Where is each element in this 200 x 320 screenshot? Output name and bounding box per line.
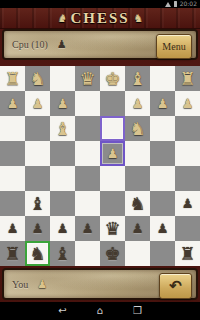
square-a6[interactable] [0,116,25,141]
white-knight: ♞ [125,191,150,216]
square-b8[interactable]: ♞ [25,66,50,91]
square-f7[interactable]: ♟ [125,91,150,116]
square-d1[interactable] [75,241,100,266]
white-pawn: ♟ [150,216,175,241]
square-e5[interactable]: ♟ [100,141,125,166]
white-pawn: ♟ [50,216,75,241]
square-d8[interactable]: ♛ [75,66,100,91]
square-c6[interactable]: ♝ [50,116,75,141]
white-pawn: ♟ [0,216,25,241]
square-h3[interactable]: ♟ [175,191,200,216]
captured-white-pawn-icon: ♟ [57,39,67,50]
square-e2[interactable]: ♛ [100,216,125,241]
square-h4[interactable] [175,166,200,191]
square-a4[interactable] [0,166,25,191]
white-bishop: ♝ [50,241,75,266]
clock-text: 20:02 [180,0,197,8]
wifi-icon [165,2,171,7]
black-rook: ♜ [0,66,25,91]
square-g5[interactable] [150,141,175,166]
menu-button[interactable]: Menu [156,34,192,59]
square-a8[interactable]: ♜ [0,66,25,91]
white-pawn: ♟ [125,216,150,241]
black-pawn: ♟ [100,141,125,166]
square-f8[interactable]: ♝ [125,66,150,91]
square-e4[interactable] [100,166,125,191]
black-bishop: ♝ [125,66,150,91]
square-g8[interactable] [150,66,175,91]
player-label: You [12,279,28,290]
back-icon[interactable]: ↩ [58,302,66,320]
white-rook: ♜ [0,241,25,266]
square-h2[interactable] [175,216,200,241]
square-c3[interactable] [50,191,75,216]
black-pawn: ♟ [150,91,175,116]
battery-icon [174,1,177,7]
square-d5[interactable] [75,141,100,166]
undo-button[interactable]: ↶ [159,273,192,299]
square-g4[interactable] [150,166,175,191]
square-g6[interactable] [150,116,175,141]
home-icon[interactable]: ⌂ [97,302,103,320]
square-b4[interactable] [25,166,50,191]
square-a1[interactable]: ♜ [0,241,25,266]
square-b3[interactable]: ♝ [25,191,50,216]
square-b1[interactable]: ♞ [25,241,50,266]
white-pawn: ♟ [25,216,50,241]
black-pawn: ♟ [125,91,150,116]
square-f1[interactable] [125,241,150,266]
square-h5[interactable] [175,141,200,166]
square-f2[interactable]: ♟ [125,216,150,241]
square-g2[interactable]: ♟ [150,216,175,241]
android-nav-bar: ↩ ⌂ ❐ [0,302,200,320]
square-g7[interactable]: ♟ [150,91,175,116]
recents-icon[interactable]: ❐ [133,302,142,320]
square-d2[interactable]: ♟ [75,216,100,241]
black-pawn: ♟ [0,91,25,116]
square-h7[interactable]: ♟ [175,91,200,116]
square-e1[interactable]: ♚ [100,241,125,266]
square-b6[interactable] [25,116,50,141]
white-rook: ♜ [175,241,200,266]
square-g3[interactable] [150,191,175,216]
square-b5[interactable] [25,141,50,166]
black-rook: ♜ [175,66,200,91]
knight-decor-icon: ♞ [134,8,144,28]
square-b7[interactable]: ♟ [25,91,50,116]
player-bar: You ♟ ↶ [2,268,198,300]
square-a3[interactable] [0,191,25,216]
square-h6[interactable] [175,116,200,141]
white-pawn: ♟ [75,216,100,241]
square-f4[interactable] [125,166,150,191]
white-knight: ♞ [25,241,50,266]
knight-decor-icon: ♞ [57,8,67,28]
white-queen: ♛ [100,216,125,241]
menu-button-label: Menu [162,41,185,52]
black-knight: ♞ [125,116,150,141]
square-b2[interactable]: ♟ [25,216,50,241]
black-queen: ♛ [75,66,100,91]
square-c2[interactable]: ♟ [50,216,75,241]
undo-icon: ↶ [169,277,182,295]
app-window: 20:02 ♞ CHESS ♞ Cpu (10) ♟ Menu ♜♞♛♚♝♜♟♟… [0,0,200,320]
black-pawn: ♟ [175,91,200,116]
square-c5[interactable] [50,141,75,166]
black-king: ♚ [100,66,125,91]
captured-black-pawn-icon: ♟ [37,279,47,290]
square-c1[interactable]: ♝ [50,241,75,266]
square-d6[interactable] [75,116,100,141]
square-h8[interactable]: ♜ [175,66,200,91]
square-g1[interactable] [150,241,175,266]
square-e7[interactable] [100,91,125,116]
square-e8[interactable]: ♚ [100,66,125,91]
square-f6[interactable]: ♞ [125,116,150,141]
chess-board: ♜♞♛♚♝♜♟♟♟♟♟♟♝♞♟♝♞♟♟♟♟♟♛♟♟♜♞♝♚♜ [0,66,200,266]
app-header: ♞ CHESS ♞ [0,8,200,29]
square-a5[interactable] [0,141,25,166]
black-pawn: ♟ [25,91,50,116]
black-pawn: ♟ [50,91,75,116]
app-title: CHESS [70,10,129,27]
square-h1[interactable]: ♜ [175,241,200,266]
square-d4[interactable] [75,166,100,191]
black-bishop: ♝ [50,116,75,141]
opponent-bar: Cpu (10) ♟ Menu [2,29,198,60]
square-c8[interactable] [50,66,75,91]
square-f5[interactable] [125,141,150,166]
square-a2[interactable]: ♟ [0,216,25,241]
android-status-bar: 20:02 [0,0,200,8]
square-a7[interactable]: ♟ [0,91,25,116]
white-bishop: ♝ [25,191,50,216]
opponent-label: Cpu (10) [12,39,48,50]
square-d7[interactable] [75,91,100,116]
white-king: ♚ [100,241,125,266]
black-knight: ♞ [25,66,50,91]
square-e3[interactable] [100,191,125,216]
square-e6[interactable] [100,116,125,141]
square-c7[interactable]: ♟ [50,91,75,116]
square-f3[interactable]: ♞ [125,191,150,216]
white-pawn: ♟ [175,191,200,216]
square-c4[interactable] [50,166,75,191]
square-d3[interactable] [75,191,100,216]
